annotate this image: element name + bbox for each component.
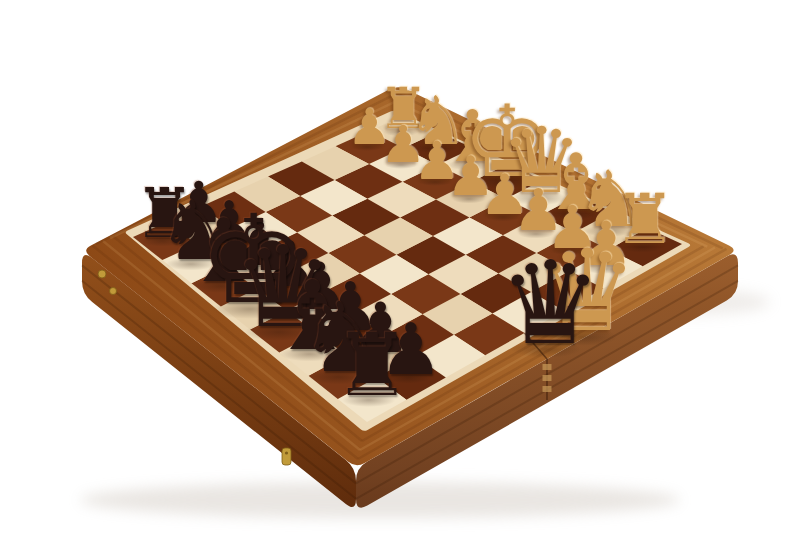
brass-hinge-pin bbox=[285, 451, 288, 454]
brass-clasp bbox=[98, 270, 106, 278]
dovetail-joint bbox=[543, 375, 552, 381]
dovetail-joint bbox=[543, 386, 552, 392]
chess-set-photo: ♜♞♝♛♚♝♞♜♟♟♟♟♟♟♟♟♟♟♟♟♟♟♟♟♜♞♝♛♚♝♞♜♛♛ bbox=[0, 0, 800, 533]
dovetail-joint bbox=[543, 364, 552, 370]
chess-board bbox=[0, 0, 800, 533]
brass-hinge bbox=[282, 448, 291, 465]
brass-clasp bbox=[110, 288, 117, 295]
